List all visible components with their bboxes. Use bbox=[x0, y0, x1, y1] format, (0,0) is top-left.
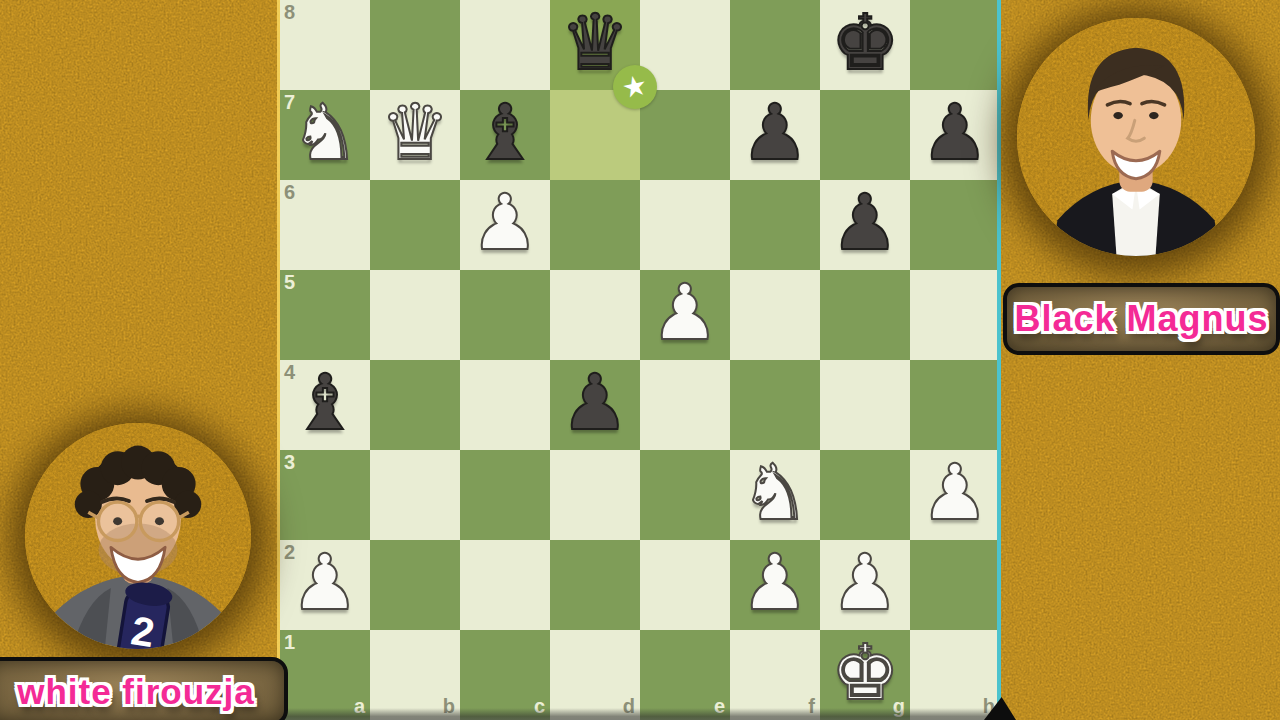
square-e5[interactable]: ♟ bbox=[640, 270, 730, 360]
square-f8[interactable] bbox=[730, 0, 820, 90]
square-a4[interactable]: 4♝ bbox=[280, 360, 370, 450]
square-g4[interactable] bbox=[820, 360, 910, 450]
square-g8[interactable]: ♚ bbox=[820, 0, 910, 90]
piece-black-pawn-h7[interactable]: ♟ bbox=[910, 90, 1000, 180]
piece-white-pawn-h3[interactable]: ♟ bbox=[910, 450, 1000, 540]
square-f3[interactable]: ♞ bbox=[730, 450, 820, 540]
black-player-photo bbox=[1017, 18, 1255, 256]
square-d5[interactable] bbox=[550, 270, 640, 360]
square-c4[interactable] bbox=[460, 360, 550, 450]
piece-white-queen-b7[interactable]: ♛ bbox=[370, 90, 460, 180]
square-e7[interactable] bbox=[640, 90, 730, 180]
square-d2[interactable] bbox=[550, 540, 640, 630]
board-bottom-shadow bbox=[280, 708, 998, 720]
best-move-badge: ★ bbox=[613, 65, 657, 109]
white-player-label: white firouzja bbox=[0, 657, 288, 720]
square-f5[interactable] bbox=[730, 270, 820, 360]
square-c8[interactable] bbox=[460, 0, 550, 90]
square-g5[interactable] bbox=[820, 270, 910, 360]
square-h1[interactable]: h bbox=[910, 630, 1000, 720]
square-b3[interactable] bbox=[370, 450, 460, 540]
rank-label-3: 3 bbox=[284, 451, 295, 474]
square-b7[interactable]: ♛ bbox=[370, 90, 460, 180]
piece-black-pawn-g6[interactable]: ♟ bbox=[820, 180, 910, 270]
square-c5[interactable] bbox=[460, 270, 550, 360]
board-right-edge-line bbox=[997, 0, 1001, 720]
square-h5[interactable] bbox=[910, 270, 1000, 360]
square-f1[interactable]: f bbox=[730, 630, 820, 720]
piece-black-pawn-f7[interactable]: ♟ bbox=[730, 90, 820, 180]
rank-label-8: 8 bbox=[284, 1, 295, 24]
square-b6[interactable] bbox=[370, 180, 460, 270]
square-e2[interactable] bbox=[640, 540, 730, 630]
square-e6[interactable] bbox=[640, 180, 730, 270]
square-d6[interactable] bbox=[550, 180, 640, 270]
piece-black-pawn-d4[interactable]: ♟ bbox=[550, 360, 640, 450]
square-f7[interactable]: ♟ bbox=[730, 90, 820, 180]
square-d1[interactable]: d bbox=[550, 630, 640, 720]
piece-black-bishop-a4[interactable]: ♝ bbox=[280, 360, 370, 450]
square-e1[interactable]: e bbox=[640, 630, 730, 720]
piece-white-pawn-a2[interactable]: ♟ bbox=[280, 540, 370, 630]
square-b1[interactable]: b bbox=[370, 630, 460, 720]
square-b8[interactable] bbox=[370, 0, 460, 90]
square-h2[interactable] bbox=[910, 540, 1000, 630]
square-a8[interactable]: 8 bbox=[280, 0, 370, 90]
white-player-photo: 2 bbox=[25, 423, 251, 649]
square-c1[interactable]: c bbox=[460, 630, 550, 720]
square-c2[interactable] bbox=[460, 540, 550, 630]
square-f2[interactable]: ♟ bbox=[730, 540, 820, 630]
square-h6[interactable] bbox=[910, 180, 1000, 270]
magnus-portrait-illustration bbox=[1017, 18, 1255, 256]
rank-label-1: 1 bbox=[284, 631, 295, 654]
square-c7[interactable]: ♝ bbox=[460, 90, 550, 180]
square-a7[interactable]: 7♞ bbox=[280, 90, 370, 180]
square-a5[interactable]: 5 bbox=[280, 270, 370, 360]
square-f4[interactable] bbox=[730, 360, 820, 450]
square-d4[interactable]: ♟ bbox=[550, 360, 640, 450]
firouzja-portrait-illustration: 2 bbox=[25, 423, 251, 649]
black-player-label: Black Magnus bbox=[1003, 283, 1280, 355]
board-left-edge-highlight bbox=[277, 0, 280, 720]
square-c6[interactable]: ♟ bbox=[460, 180, 550, 270]
square-f6[interactable] bbox=[730, 180, 820, 270]
square-a2[interactable]: 2♟ bbox=[280, 540, 370, 630]
square-a3[interactable]: 3 bbox=[280, 450, 370, 540]
square-h7[interactable]: ♟ bbox=[910, 90, 1000, 180]
black-player-label-text: Black Magnus bbox=[1014, 298, 1268, 340]
video-frame: 8♛♚7♞♛♝♟♟6♟♟5♟4♝♟3♞♟2♟♟♟1abcdefg♚h ★ bbox=[0, 0, 1280, 720]
star-icon: ★ bbox=[620, 71, 650, 104]
square-g3[interactable] bbox=[820, 450, 910, 540]
piece-white-pawn-f2[interactable]: ♟ bbox=[730, 540, 820, 630]
square-g2[interactable]: ♟ bbox=[820, 540, 910, 630]
square-g6[interactable]: ♟ bbox=[820, 180, 910, 270]
piece-white-pawn-e5[interactable]: ♟ bbox=[640, 270, 730, 360]
square-c3[interactable] bbox=[460, 450, 550, 540]
piece-white-knight-f3[interactable]: ♞ bbox=[730, 450, 820, 540]
square-b2[interactable] bbox=[370, 540, 460, 630]
square-b5[interactable] bbox=[370, 270, 460, 360]
piece-black-bishop-c7[interactable]: ♝ bbox=[460, 90, 550, 180]
white-player-label-text: white firouzja bbox=[17, 672, 255, 712]
piece-black-king-g8[interactable]: ♚ bbox=[820, 0, 910, 90]
square-b4[interactable] bbox=[370, 360, 460, 450]
square-a6[interactable]: 6 bbox=[280, 180, 370, 270]
rank-label-5: 5 bbox=[284, 271, 295, 294]
square-h4[interactable] bbox=[910, 360, 1000, 450]
square-a1[interactable]: 1a bbox=[280, 630, 370, 720]
square-h3[interactable]: ♟ bbox=[910, 450, 1000, 540]
square-e4[interactable] bbox=[640, 360, 730, 450]
square-d3[interactable] bbox=[550, 450, 640, 540]
square-g7[interactable] bbox=[820, 90, 910, 180]
piece-white-knight-a7[interactable]: ♞ bbox=[280, 90, 370, 180]
piece-white-pawn-g2[interactable]: ♟ bbox=[820, 540, 910, 630]
square-g1[interactable]: g♚ bbox=[820, 630, 910, 720]
square-e3[interactable] bbox=[640, 450, 730, 540]
square-h8[interactable] bbox=[910, 0, 1000, 90]
piece-white-king-g1[interactable]: ♚ bbox=[820, 630, 910, 720]
rank-label-6: 6 bbox=[284, 181, 295, 204]
piece-white-pawn-c6[interactable]: ♟ bbox=[460, 180, 550, 270]
